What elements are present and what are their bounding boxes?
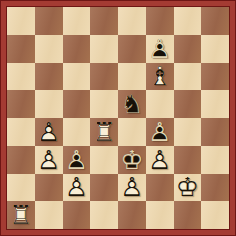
square-a3[interactable] [7, 146, 35, 174]
piece-black-pawn[interactable]: ♟♙ [146, 118, 174, 146]
piece-black-knight[interactable]: ♞♘ [118, 90, 146, 118]
square-f5[interactable] [146, 90, 174, 118]
piece-white-pawn[interactable]: ♟♙ [146, 146, 174, 174]
square-f8[interactable] [146, 7, 174, 35]
square-g2[interactable]: ♚♔ [174, 174, 202, 202]
square-f7[interactable]: ♟♙ [146, 35, 174, 63]
piece-white-pawn[interactable]: ♟♙ [35, 146, 63, 174]
square-b7[interactable] [35, 35, 63, 63]
square-d3[interactable] [90, 146, 118, 174]
square-c3[interactable]: ♟♙ [63, 146, 91, 174]
piece-white-king[interactable]: ♚♔ [174, 174, 202, 202]
piece-white-pawn[interactable]: ♟♙ [35, 118, 63, 146]
square-d7[interactable] [90, 35, 118, 63]
square-e1[interactable] [118, 201, 146, 229]
square-f6[interactable]: ♝♗ [146, 63, 174, 91]
square-c4[interactable] [63, 118, 91, 146]
square-a2[interactable] [7, 174, 35, 202]
square-e6[interactable] [118, 63, 146, 91]
square-a8[interactable] [7, 7, 35, 35]
chess-board: ♟♙♝♗♞♘♟♙♜♖♟♙♟♙♟♙♚♔♟♙♟♙♟♙♚♔♜♖ [7, 7, 229, 229]
square-h1[interactable] [201, 201, 229, 229]
square-a5[interactable] [7, 90, 35, 118]
square-f3[interactable]: ♟♙ [146, 146, 174, 174]
square-c6[interactable] [63, 63, 91, 91]
square-h7[interactable] [201, 35, 229, 63]
square-d2[interactable] [90, 174, 118, 202]
square-a7[interactable] [7, 35, 35, 63]
square-e5[interactable]: ♞♘ [118, 90, 146, 118]
square-c8[interactable] [63, 7, 91, 35]
square-f1[interactable] [146, 201, 174, 229]
square-h6[interactable] [201, 63, 229, 91]
square-e7[interactable] [118, 35, 146, 63]
square-h8[interactable] [201, 7, 229, 35]
square-d1[interactable] [90, 201, 118, 229]
square-b1[interactable] [35, 201, 63, 229]
square-c7[interactable] [63, 35, 91, 63]
square-d5[interactable] [90, 90, 118, 118]
piece-white-pawn[interactable]: ♟♙ [63, 174, 91, 202]
square-b6[interactable] [35, 63, 63, 91]
square-f4[interactable]: ♟♙ [146, 118, 174, 146]
square-g5[interactable] [174, 90, 202, 118]
square-a6[interactable] [7, 63, 35, 91]
square-b5[interactable] [35, 90, 63, 118]
square-d8[interactable] [90, 7, 118, 35]
square-g3[interactable] [174, 146, 202, 174]
square-e8[interactable] [118, 7, 146, 35]
square-g6[interactable] [174, 63, 202, 91]
square-h2[interactable] [201, 174, 229, 202]
square-g8[interactable] [174, 7, 202, 35]
square-b2[interactable] [35, 174, 63, 202]
square-g1[interactable] [174, 201, 202, 229]
piece-black-king[interactable]: ♚♔ [118, 146, 146, 174]
square-h4[interactable] [201, 118, 229, 146]
piece-white-pawn[interactable]: ♟♙ [118, 174, 146, 202]
square-g4[interactable] [174, 118, 202, 146]
square-h3[interactable] [201, 146, 229, 174]
square-e2[interactable]: ♟♙ [118, 174, 146, 202]
square-a1[interactable]: ♜♖ [7, 201, 35, 229]
square-a4[interactable] [7, 118, 35, 146]
square-b4[interactable]: ♟♙ [35, 118, 63, 146]
square-c1[interactable] [63, 201, 91, 229]
piece-white-rook[interactable]: ♜♖ [7, 201, 35, 229]
square-b8[interactable] [35, 7, 63, 35]
square-b3[interactable]: ♟♙ [35, 146, 63, 174]
square-c2[interactable]: ♟♙ [63, 174, 91, 202]
piece-white-rook[interactable]: ♜♖ [90, 118, 118, 146]
square-d4[interactable]: ♜♖ [90, 118, 118, 146]
square-f2[interactable] [146, 174, 174, 202]
square-c5[interactable] [63, 90, 91, 118]
piece-black-pawn[interactable]: ♟♙ [63, 146, 91, 174]
piece-black-pawn[interactable]: ♟♙ [146, 35, 174, 63]
square-d6[interactable] [90, 63, 118, 91]
square-e3[interactable]: ♚♔ [118, 146, 146, 174]
square-h5[interactable] [201, 90, 229, 118]
piece-white-bishop[interactable]: ♝♗ [146, 63, 174, 91]
square-e4[interactable] [118, 118, 146, 146]
square-g7[interactable] [174, 35, 202, 63]
board-frame: ♟♙♝♗♞♘♟♙♜♖♟♙♟♙♟♙♚♔♟♙♟♙♟♙♚♔♜♖ [0, 0, 236, 236]
